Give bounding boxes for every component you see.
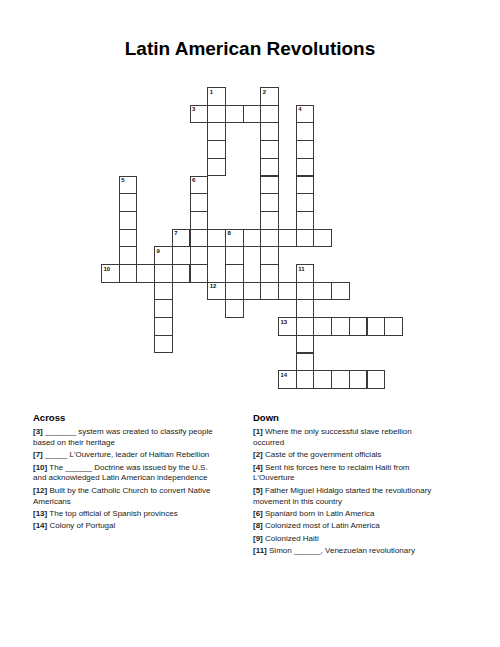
clue-number-label: [4] — [253, 463, 263, 472]
grid-cell[interactable] — [190, 229, 209, 248]
grid-cell[interactable] — [172, 264, 191, 283]
crossword-page: Latin American Revolutions 1234567891011… — [0, 0, 500, 647]
grid-cell[interactable] — [119, 246, 138, 265]
clue-number-label: [3] — [33, 427, 43, 436]
grid-cell[interactable] — [190, 211, 209, 230]
grid-cell[interactable] — [119, 193, 138, 212]
grid-cell[interactable] — [296, 299, 315, 318]
clue-number: 8 — [227, 230, 230, 236]
grid-cell[interactable] — [260, 140, 279, 159]
grid-cell[interactable] — [296, 335, 315, 354]
down-clue-9: [9] Colonized Haiti — [253, 534, 473, 545]
clue-number-label: [11] — [253, 546, 267, 555]
grid-cell[interactable] — [260, 246, 279, 265]
clue-number: 12 — [210, 283, 217, 289]
down-clue-8: [8] Colonized most of Latin America — [253, 521, 473, 532]
grid-cell[interactable] — [260, 105, 279, 124]
down-clue-11: [11] Simon ______, Venezuelan revolution… — [253, 546, 473, 557]
grid-cell[interactable] — [260, 211, 279, 230]
grid-cell[interactable] — [296, 282, 315, 301]
grid-cell[interactable] — [207, 140, 226, 159]
clue-number-label: [2] — [253, 450, 263, 459]
grid-cell[interactable] — [225, 105, 244, 124]
clue-number-label: [7] — [33, 450, 43, 459]
clue-number-label: [13] — [33, 509, 47, 518]
grid-cell[interactable] — [260, 158, 279, 177]
grid-cell[interactable] — [331, 282, 350, 301]
grid-cell[interactable] — [296, 158, 315, 177]
grid-cell[interactable]: 3 — [190, 105, 209, 124]
grid-cell[interactable]: 2 — [260, 87, 279, 106]
grid-cell[interactable] — [207, 229, 226, 248]
grid-cell[interactable] — [384, 317, 403, 336]
grid-cell[interactable] — [225, 299, 244, 318]
clue-number-label: [8] — [253, 521, 263, 530]
grid-cell[interactable] — [260, 264, 279, 283]
grid-cell[interactable]: 10 — [101, 264, 120, 283]
across-clues-list: [3] _______ system was created to classi… — [33, 427, 253, 532]
grid-cell[interactable]: 9 — [154, 246, 173, 265]
grid-cell[interactable] — [154, 282, 173, 301]
grid-cell[interactable] — [296, 229, 315, 248]
puzzle-title: Latin American Revolutions — [0, 38, 500, 60]
grid-cell[interactable]: 11 — [296, 264, 315, 283]
grid-cell[interactable] — [260, 193, 279, 212]
grid-cell[interactable]: 12 — [207, 282, 226, 301]
clue-number-label: [9] — [253, 534, 263, 543]
grid-cell[interactable] — [190, 264, 209, 283]
across-heading: Across — [33, 412, 253, 423]
grid-cell[interactable]: 6 — [190, 176, 209, 195]
clue-number: 1 — [210, 89, 213, 95]
clue-number-label: [10] — [33, 463, 47, 472]
grid-cell[interactable] — [331, 370, 350, 389]
grid-cell[interactable]: 7 — [172, 229, 191, 248]
grid-cell[interactable]: 14 — [278, 370, 297, 389]
across-clue-13: [13] The top official of Spanish provinc… — [33, 509, 253, 520]
grid-cell[interactable] — [260, 282, 279, 301]
grid-cell[interactable] — [260, 122, 279, 141]
grid-cell[interactable] — [331, 317, 350, 336]
grid-cell[interactable]: 8 — [225, 229, 244, 248]
down-clue-6: [6] Spaniard born in Latin America — [253, 509, 473, 520]
grid-cell[interactable]: 5 — [119, 176, 138, 195]
down-clue-4: [4] Sent his forces here to reclaim Hait… — [253, 463, 473, 485]
grid-cell[interactable] — [296, 176, 315, 195]
grid-cell[interactable] — [136, 264, 155, 283]
grid-cell[interactable] — [278, 229, 297, 248]
clue-number-label: [6] — [253, 509, 263, 518]
clue-number-label: [12] — [33, 486, 47, 495]
grid-cell[interactable] — [243, 282, 262, 301]
grid-cell[interactable] — [225, 264, 244, 283]
grid-cell[interactable] — [313, 370, 332, 389]
clue-number: 2 — [263, 89, 266, 95]
grid-cell[interactable] — [190, 246, 209, 265]
down-clue-1: [1] Where the only successful slave rebe… — [253, 427, 473, 449]
grid-cell[interactable] — [207, 122, 226, 141]
across-clue-10: [10] The ______ Doctrine was issued by t… — [33, 463, 253, 485]
across-clue-3: [3] _______ system was created to classi… — [33, 427, 253, 449]
grid-cell[interactable] — [278, 282, 297, 301]
clue-number: 6 — [192, 177, 195, 183]
grid-cell[interactable] — [260, 229, 279, 248]
clue-number-label: [1] — [253, 427, 263, 436]
down-clue-2: [2] Caste of the government officials — [253, 450, 473, 461]
clue-number-label: [5] — [253, 486, 263, 495]
across-clue-7: [7] _____ L'Ouverture, leader of Haitian… — [33, 450, 253, 461]
grid-cell[interactable] — [154, 317, 173, 336]
grid-cell[interactable] — [349, 317, 368, 336]
grid-cell[interactable] — [296, 353, 315, 372]
grid-cell[interactable] — [207, 105, 226, 124]
grid-cell[interactable] — [296, 370, 315, 389]
grid-cell[interactable] — [367, 370, 386, 389]
grid-cell[interactable] — [207, 158, 226, 177]
grid-cell[interactable] — [296, 140, 315, 159]
grid-cell[interactable] — [119, 264, 138, 283]
grid-cell[interactable] — [296, 122, 315, 141]
clue-number: 14 — [281, 372, 288, 378]
down-clue-5: [5] Father Miguel Hidalgo started the re… — [253, 486, 473, 508]
grid-cell[interactable]: 13 — [278, 317, 297, 336]
grid-cell[interactable] — [296, 193, 315, 212]
grid-cell[interactable]: 1 — [207, 87, 226, 106]
clue-number: 4 — [298, 106, 301, 112]
grid-cell[interactable] — [296, 211, 315, 230]
grid-cell[interactable] — [119, 229, 138, 248]
grid-cell[interactable]: 4 — [296, 105, 315, 124]
grid-cell[interactable] — [313, 282, 332, 301]
down-heading: Down — [253, 412, 473, 423]
grid-cell[interactable] — [367, 317, 386, 336]
grid-cell[interactable] — [243, 229, 262, 248]
across-clues-section: Across [3] _______ system was created to… — [33, 412, 253, 534]
clue-number: 3 — [192, 106, 195, 112]
clue-number: 9 — [157, 248, 160, 254]
crossword-grid: 1234567891011121314 — [101, 87, 403, 389]
grid-cell[interactable] — [313, 229, 332, 248]
grid-cell[interactable] — [154, 264, 173, 283]
grid-cell[interactable] — [190, 193, 209, 212]
grid-cell[interactable] — [225, 246, 244, 265]
down-clues-section: Down [1] Where the only successful slave… — [253, 412, 473, 559]
clue-number: 13 — [281, 319, 288, 325]
clue-number: 7 — [174, 230, 177, 236]
clue-number: 10 — [104, 266, 111, 272]
grid-cell[interactable] — [313, 317, 332, 336]
clue-number-label: [14] — [33, 521, 47, 530]
grid-cell[interactable] — [119, 211, 138, 230]
clue-number: 5 — [121, 177, 124, 183]
across-clue-12: [12] Built by the Catholic Church to con… — [33, 486, 253, 508]
grid-cell[interactable] — [154, 335, 173, 354]
clue-number: 11 — [298, 266, 304, 272]
grid-cell[interactable] — [154, 299, 173, 318]
grid-cell[interactable] — [243, 105, 262, 124]
across-clue-14: [14] Colony of Portugal — [33, 521, 253, 532]
grid-cell[interactable] — [225, 282, 244, 301]
grid-cell[interactable] — [349, 370, 368, 389]
down-clues-list: [1] Where the only successful slave rebe… — [253, 427, 473, 557]
grid-cell[interactable] — [296, 317, 315, 336]
grid-cell[interactable] — [260, 176, 279, 195]
